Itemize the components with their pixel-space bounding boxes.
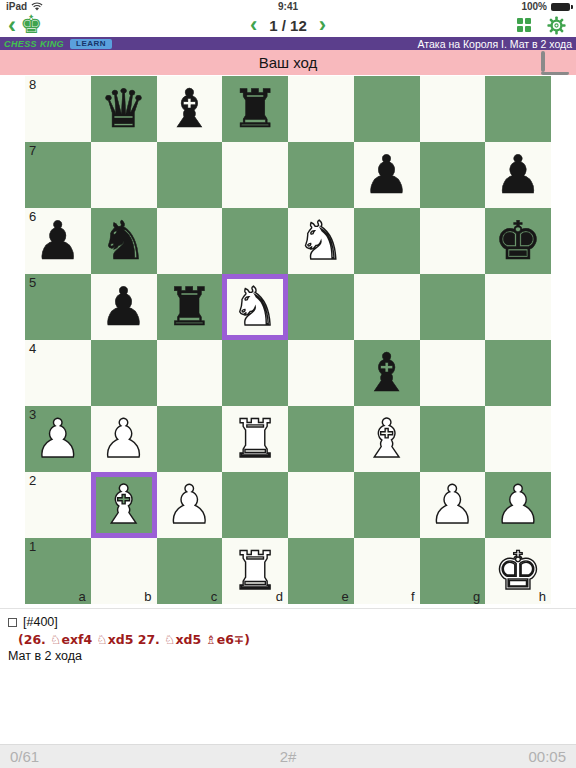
file-label-g: g	[473, 589, 480, 604]
black-king-h6: ♚	[485, 208, 551, 274]
battery-icon	[551, 3, 570, 11]
square-g6[interactable]	[420, 208, 486, 274]
file-label-d: d	[276, 589, 283, 604]
square-h3[interactable]	[485, 406, 551, 472]
rank-label-5: 5	[29, 275, 36, 290]
chess-king-wordmark: CHESS KING	[4, 39, 64, 49]
file-label-h: h	[539, 589, 546, 604]
square-f3[interactable]: ♝	[354, 406, 420, 472]
black-pawn-f7: ♟	[354, 142, 420, 208]
file-label-a: a	[79, 589, 86, 604]
square-f4[interactable]: ♝	[354, 340, 420, 406]
square-d3[interactable]: ♜	[222, 406, 288, 472]
square-b6[interactable]: ♞	[91, 208, 157, 274]
file-label-c: c	[211, 589, 218, 604]
black-rook-c5: ♜	[157, 274, 223, 340]
square-e3[interactable]	[288, 406, 354, 472]
rank-label-7: 7	[29, 143, 36, 158]
turn-banner: Ваш ход	[0, 50, 576, 75]
square-a6[interactable]: ♟6	[25, 208, 91, 274]
square-a2[interactable]: 2	[25, 472, 91, 538]
prev-puzzle-button[interactable]: ‹	[250, 14, 257, 36]
file-label-e: e	[342, 589, 349, 604]
grid-view-icon[interactable]	[517, 18, 531, 32]
square-a8[interactable]: 8	[25, 76, 91, 142]
square-f8[interactable]	[354, 76, 420, 142]
white-pawn-g2: ♟	[420, 472, 486, 538]
brand-bar: CHESS KING LEARN Атака на Короля I. Мат …	[0, 37, 576, 50]
square-f2[interactable]	[354, 472, 420, 538]
white-pawn-b3: ♟	[91, 406, 157, 472]
square-h6[interactable]: ♚	[485, 208, 551, 274]
square-c7[interactable]	[157, 142, 223, 208]
course-title: Атака на Короля I. Мат в 2 хода	[418, 38, 573, 50]
square-d4[interactable]	[222, 340, 288, 406]
square-f6[interactable]	[354, 208, 420, 274]
chess-board: 8♛♝♜7♟♟♟6♞♞♚5♟♜♞4♝♟3♟♜♝2♝♟♟♟1abc♜defg♚h	[25, 76, 551, 602]
square-a7[interactable]: 7	[25, 142, 91, 208]
square-f7[interactable]: ♟	[354, 142, 420, 208]
white-bishop-b2: ♝	[91, 472, 157, 538]
square-g4[interactable]	[420, 340, 486, 406]
white-pawn-c2: ♟	[157, 472, 223, 538]
clock-time: 9:41	[0, 1, 576, 12]
square-e4[interactable]	[288, 340, 354, 406]
white-pawn-h2: ♟	[485, 472, 551, 538]
square-a3[interactable]: ♟3	[25, 406, 91, 472]
white-knight-d5: ♞	[222, 274, 288, 340]
task-goal: Мат в 2 хода	[8, 648, 568, 665]
square-c3[interactable]	[157, 406, 223, 472]
file-label-f: f	[411, 589, 415, 604]
square-c2[interactable]: ♟	[157, 472, 223, 538]
square-g1[interactable]: g	[420, 538, 486, 604]
square-h2[interactable]: ♟	[485, 472, 551, 538]
square-b3[interactable]: ♟	[91, 406, 157, 472]
gear-icon[interactable]	[547, 16, 566, 35]
square-d6[interactable]	[222, 208, 288, 274]
nav-bar: ‹ ♚ ‹ 1 / 12 ›	[0, 13, 576, 37]
puzzle-counter: 1 / 12	[269, 17, 307, 34]
square-a5[interactable]: 5	[25, 274, 91, 340]
rank-label-4: 4	[29, 341, 36, 356]
black-pawn-h7: ♟	[485, 142, 551, 208]
square-d2[interactable]	[222, 472, 288, 538]
square-f5[interactable]	[354, 274, 420, 340]
square-d7[interactable]	[222, 142, 288, 208]
square-h4[interactable]	[485, 340, 551, 406]
rank-label-6: 6	[29, 209, 36, 224]
black-bishop-c8: ♝	[157, 76, 223, 142]
square-a1[interactable]: 1a	[25, 538, 91, 604]
square-a4[interactable]: 4	[25, 340, 91, 406]
task-id: [#400]	[23, 614, 58, 631]
laptop-icon[interactable]	[541, 53, 569, 72]
status-bar: iPad 9:41 100%	[0, 0, 576, 13]
white-rook-d3: ♜	[222, 406, 288, 472]
app-window: iPad 9:41 100% ‹ ♚ ‹ 1 / 12 ›	[0, 0, 576, 768]
square-e2[interactable]	[288, 472, 354, 538]
black-knight-b6: ♞	[91, 208, 157, 274]
square-h8[interactable]	[485, 76, 551, 142]
square-h5[interactable]	[485, 274, 551, 340]
black-rook-d8: ♜	[222, 76, 288, 142]
square-b7[interactable]	[91, 142, 157, 208]
solution-moves: (26. ♘exf4 ♘xd5 27. ♘xd5 ♗e6∓)	[8, 631, 568, 648]
rank-label-8: 8	[29, 77, 36, 92]
square-g3[interactable]	[420, 406, 486, 472]
square-c5[interactable]: ♜	[157, 274, 223, 340]
black-pawn-b5: ♟	[91, 274, 157, 340]
white-bishop-f3: ♝	[354, 406, 420, 472]
square-d8[interactable]: ♜	[222, 76, 288, 142]
black-queen-b8: ♛	[91, 76, 157, 142]
square-g7[interactable]	[420, 142, 486, 208]
square-c1[interactable]: c	[157, 538, 223, 604]
square-h1[interactable]: ♚h	[485, 538, 551, 604]
square-c8[interactable]: ♝	[157, 76, 223, 142]
square-e1[interactable]: e	[288, 538, 354, 604]
file-label-b: b	[144, 589, 151, 604]
square-b4[interactable]	[91, 340, 157, 406]
bottom-bar: 0/61 2# 00:05	[0, 744, 576, 768]
square-b1[interactable]: b	[91, 538, 157, 604]
task-checkbox[interactable]	[8, 618, 17, 627]
task-type-label: 2#	[0, 748, 576, 765]
learn-badge: LEARN	[70, 39, 112, 49]
square-g2[interactable]: ♟	[420, 472, 486, 538]
rank-label-2: 2	[29, 473, 36, 488]
square-e6[interactable]: ♞	[288, 208, 354, 274]
rank-label-3: 3	[29, 407, 36, 422]
white-knight-e6: ♞	[288, 208, 354, 274]
square-b8[interactable]: ♛	[91, 76, 157, 142]
square-g8[interactable]	[420, 76, 486, 142]
black-bishop-f4: ♝	[354, 340, 420, 406]
square-c6[interactable]	[157, 208, 223, 274]
next-puzzle-button[interactable]: ›	[319, 14, 326, 36]
square-e8[interactable]	[288, 76, 354, 142]
square-e5[interactable]	[288, 274, 354, 340]
rank-label-1: 1	[29, 539, 36, 554]
square-d1[interactable]: ♜d	[222, 538, 288, 604]
square-c4[interactable]	[157, 340, 223, 406]
square-b5[interactable]: ♟	[91, 274, 157, 340]
square-d5[interactable]: ♞	[222, 274, 288, 340]
square-h7[interactable]: ♟	[485, 142, 551, 208]
square-e7[interactable]	[288, 142, 354, 208]
square-g5[interactable]	[420, 274, 486, 340]
turn-text: Ваш ход	[259, 54, 318, 71]
square-b2[interactable]: ♝	[91, 472, 157, 538]
square-f1[interactable]: f	[354, 538, 420, 604]
notes-panel: [#400] (26. ♘exf4 ♘xd5 27. ♘xd5 ♗e6∓) Ма…	[0, 608, 576, 665]
